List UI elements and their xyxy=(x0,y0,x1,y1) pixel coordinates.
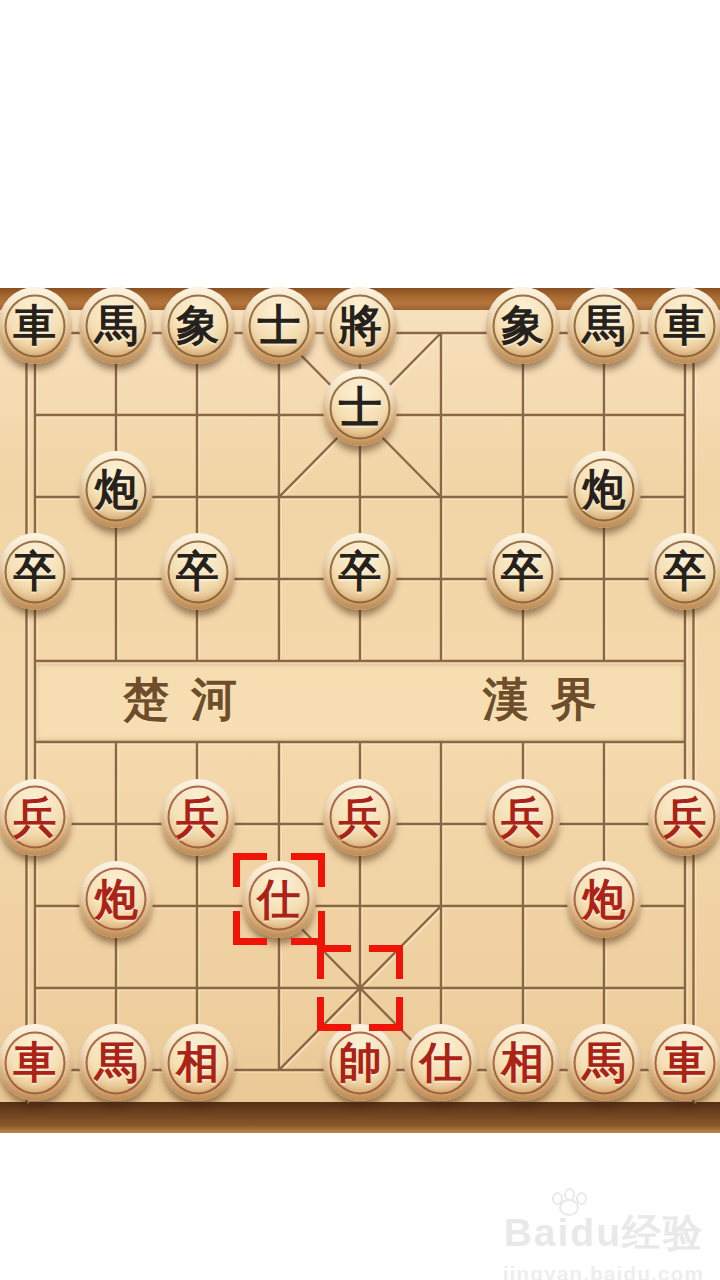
watermark-logo-text: Baidu经验 xyxy=(503,1206,704,1260)
piece-glyph: 卒 xyxy=(339,550,382,593)
piece-red-chariot[interactable]: 車 xyxy=(0,1024,72,1101)
board-point[interactable]: 兵 xyxy=(644,783,720,865)
piece-red-soldier[interactable]: 兵 xyxy=(486,779,560,856)
piece-glyph: 卒 xyxy=(176,550,219,593)
board-point[interactable] xyxy=(401,538,482,620)
board-point[interactable]: 卒 xyxy=(319,538,400,620)
board-point[interactable] xyxy=(0,701,76,783)
piece-glyph: 士 xyxy=(257,304,300,347)
board-point[interactable]: 仕 xyxy=(238,865,319,947)
board-point[interactable]: 馬 xyxy=(563,292,644,374)
board-point[interactable] xyxy=(401,865,482,947)
piece-black-soldier[interactable]: 卒 xyxy=(161,533,235,610)
board-point[interactable] xyxy=(238,538,319,620)
board-point[interactable]: 車 xyxy=(0,1029,76,1111)
piece-glyph: 炮 xyxy=(582,878,625,921)
board-point[interactable] xyxy=(319,865,400,947)
board-point[interactable] xyxy=(238,374,319,456)
piece-black-soldier[interactable]: 卒 xyxy=(648,533,720,610)
board-point[interactable] xyxy=(76,620,157,702)
piece-glyph: 相 xyxy=(501,1041,544,1084)
piece-black-chariot[interactable]: 車 xyxy=(0,287,72,364)
piece-black-cannon[interactable]: 炮 xyxy=(79,451,153,528)
piece-glyph: 馬 xyxy=(95,1041,138,1084)
board-point[interactable]: 帥 xyxy=(319,1029,400,1111)
board-point[interactable] xyxy=(644,947,720,1029)
board-point[interactable] xyxy=(482,865,563,947)
piece-red-soldier[interactable]: 兵 xyxy=(0,779,72,856)
board-point[interactable] xyxy=(76,701,157,783)
board-point[interactable] xyxy=(401,783,482,865)
piece-black-elephant[interactable]: 象 xyxy=(161,287,235,364)
board-point[interactable] xyxy=(319,947,400,1029)
board-point[interactable] xyxy=(563,947,644,1029)
piece-red-chariot[interactable]: 車 xyxy=(648,1024,720,1101)
piece-glyph: 兵 xyxy=(501,796,544,839)
piece-glyph: 兵 xyxy=(664,796,707,839)
board-point[interactable] xyxy=(319,701,400,783)
piece-red-soldier[interactable]: 兵 xyxy=(323,779,397,856)
piece-glyph: 相 xyxy=(176,1041,219,1084)
board-point[interactable]: 炮 xyxy=(76,456,157,538)
board-point[interactable]: 炮 xyxy=(563,865,644,947)
board-point[interactable] xyxy=(563,620,644,702)
board-point[interactable]: 相 xyxy=(157,1029,238,1111)
piece-black-soldier[interactable]: 卒 xyxy=(0,533,72,610)
board-point[interactable]: 將 xyxy=(319,292,400,374)
board-point[interactable] xyxy=(563,701,644,783)
board-point[interactable]: 馬 xyxy=(563,1029,644,1111)
board-point[interactable] xyxy=(238,783,319,865)
board-point[interactable] xyxy=(563,374,644,456)
piece-glyph: 帥 xyxy=(339,1041,382,1084)
board-point[interactable] xyxy=(157,456,238,538)
piece-red-cannon[interactable]: 炮 xyxy=(567,861,641,938)
piece-red-horse[interactable]: 馬 xyxy=(567,1024,641,1101)
board-point[interactable] xyxy=(238,1029,319,1111)
board-point[interactable]: 卒 xyxy=(157,538,238,620)
board-point[interactable]: 相 xyxy=(482,1029,563,1111)
piece-glyph: 兵 xyxy=(176,796,219,839)
board-point[interactable] xyxy=(76,374,157,456)
piece-red-general[interactable]: 帥 xyxy=(323,1024,397,1101)
piece-glyph: 象 xyxy=(501,304,544,347)
board-point[interactable]: 卒 xyxy=(0,538,76,620)
board-point[interactable] xyxy=(157,947,238,1029)
piece-black-advisor[interactable]: 士 xyxy=(323,369,397,446)
board-point[interactable] xyxy=(644,456,720,538)
piece-glyph: 車 xyxy=(664,1041,707,1084)
board-point[interactable] xyxy=(76,947,157,1029)
board-point[interactable]: 卒 xyxy=(644,538,720,620)
watermark-url-text: jingyan.baidu.com xyxy=(503,1262,704,1280)
board-point[interactable]: 兵 xyxy=(319,783,400,865)
xiangqi-board: 楚河 漢界 車馬象士將象馬車士炮炮卒卒卒卒卒兵兵兵兵兵炮仕炮車馬相帥仕相馬車 xyxy=(0,288,720,1133)
board-point[interactable]: 兵 xyxy=(0,783,76,865)
board-point[interactable] xyxy=(482,701,563,783)
piece-red-advisor[interactable]: 仕 xyxy=(242,861,316,938)
board-point[interactable]: 仕 xyxy=(401,1029,482,1111)
piece-glyph: 炮 xyxy=(95,878,138,921)
board-point[interactable]: 車 xyxy=(0,292,76,374)
board-point[interactable] xyxy=(401,947,482,1029)
board-point[interactable] xyxy=(563,538,644,620)
piece-red-elephant[interactable]: 相 xyxy=(161,1024,235,1101)
piece-black-general[interactable]: 將 xyxy=(323,287,397,364)
board-point[interactable] xyxy=(0,456,76,538)
baidu-jingyan-watermark: Baidu经验 jingyan.baidu.com xyxy=(503,1206,704,1280)
board-point[interactable] xyxy=(157,701,238,783)
board-point[interactable]: 車 xyxy=(644,292,720,374)
piece-glyph: 仕 xyxy=(257,878,300,921)
piece-black-cannon[interactable]: 炮 xyxy=(567,451,641,528)
piece-red-advisor[interactable]: 仕 xyxy=(404,1024,478,1101)
piece-glyph: 炮 xyxy=(582,468,625,511)
piece-black-horse[interactable]: 馬 xyxy=(79,287,153,364)
board-point[interactable] xyxy=(319,620,400,702)
piece-red-soldier[interactable]: 兵 xyxy=(161,779,235,856)
piece-glyph: 卒 xyxy=(664,550,707,593)
piece-black-horse[interactable]: 馬 xyxy=(567,287,641,364)
board-point[interactable] xyxy=(401,701,482,783)
piece-glyph: 兵 xyxy=(339,796,382,839)
board-point[interactable] xyxy=(482,947,563,1029)
board-point[interactable] xyxy=(76,538,157,620)
piece-glyph: 馬 xyxy=(95,304,138,347)
piece-glyph: 馬 xyxy=(582,1041,625,1084)
piece-glyph: 卒 xyxy=(14,550,57,593)
board-point[interactable] xyxy=(0,620,76,702)
board-point[interactable]: 馬 xyxy=(76,292,157,374)
piece-glyph: 炮 xyxy=(95,468,138,511)
piece-glyph: 兵 xyxy=(14,796,57,839)
piece-black-soldier[interactable]: 卒 xyxy=(486,533,560,610)
piece-glyph: 車 xyxy=(14,304,57,347)
board-point[interactable] xyxy=(238,947,319,1029)
board-point[interactable] xyxy=(238,620,319,702)
board-point[interactable] xyxy=(644,701,720,783)
board-point[interactable] xyxy=(482,374,563,456)
baidu-paw-icon xyxy=(552,1190,586,1216)
piece-glyph: 象 xyxy=(176,304,219,347)
piece-black-advisor[interactable]: 士 xyxy=(242,287,316,364)
piece-glyph: 仕 xyxy=(420,1041,463,1084)
piece-red-elephant[interactable]: 相 xyxy=(486,1024,560,1101)
board-point[interactable] xyxy=(644,865,720,947)
board-point[interactable]: 士 xyxy=(319,374,400,456)
board-point[interactable] xyxy=(644,374,720,456)
piece-glyph: 卒 xyxy=(501,550,544,593)
board-point[interactable] xyxy=(482,456,563,538)
piece-red-cannon[interactable]: 炮 xyxy=(79,861,153,938)
board-point[interactable]: 兵 xyxy=(482,783,563,865)
board-point[interactable]: 炮 xyxy=(563,456,644,538)
board-point[interactable] xyxy=(401,456,482,538)
board-point[interactable]: 象 xyxy=(482,292,563,374)
board-point[interactable] xyxy=(482,620,563,702)
piece-glyph: 將 xyxy=(339,304,382,347)
board-point[interactable]: 馬 xyxy=(76,1029,157,1111)
board-point[interactable] xyxy=(319,456,400,538)
piece-red-soldier[interactable]: 兵 xyxy=(648,779,720,856)
board-point[interactable] xyxy=(157,374,238,456)
board-point[interactable] xyxy=(563,783,644,865)
board-point[interactable]: 卒 xyxy=(482,538,563,620)
piece-glyph: 車 xyxy=(14,1041,57,1084)
board-point[interactable] xyxy=(0,865,76,947)
board-point[interactable] xyxy=(644,620,720,702)
board-point[interactable] xyxy=(401,374,482,456)
piece-glyph: 士 xyxy=(339,386,382,429)
board-point[interactable] xyxy=(401,292,482,374)
piece-red-horse[interactable]: 馬 xyxy=(79,1024,153,1101)
board-point[interactable] xyxy=(76,783,157,865)
board-point[interactable]: 士 xyxy=(238,292,319,374)
piece-black-soldier[interactable]: 卒 xyxy=(323,533,397,610)
board-point[interactable] xyxy=(0,374,76,456)
board-point[interactable]: 炮 xyxy=(76,865,157,947)
board-point[interactable]: 象 xyxy=(157,292,238,374)
board-point[interactable]: 兵 xyxy=(157,783,238,865)
board-point[interactable] xyxy=(157,865,238,947)
piece-glyph: 馬 xyxy=(582,304,625,347)
board-point[interactable] xyxy=(401,620,482,702)
board-point[interactable] xyxy=(238,701,319,783)
board-point[interactable] xyxy=(157,620,238,702)
piece-black-elephant[interactable]: 象 xyxy=(486,287,560,364)
board-point[interactable] xyxy=(0,947,76,1029)
piece-glyph: 車 xyxy=(664,304,707,347)
board-grid: 車馬象士將象馬車士炮炮卒卒卒卒卒兵兵兵兵兵炮仕炮車馬相帥仕相馬車 xyxy=(0,292,720,1111)
piece-black-chariot[interactable]: 車 xyxy=(648,287,720,364)
board-point[interactable] xyxy=(238,456,319,538)
board-point[interactable]: 車 xyxy=(644,1029,720,1111)
